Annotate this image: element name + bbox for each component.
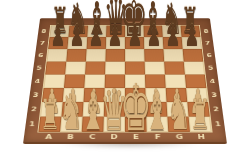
square-g5[interactable]: [164, 62, 185, 75]
white-rook-h1[interactable]: ♜: [190, 93, 210, 134]
rank-label-7-left: 7: [39, 40, 45, 45]
rank-label-4-left: 4: [34, 78, 40, 84]
black-pawn-e7[interactable]: ♟: [127, 20, 142, 51]
rank-label-2-left: 2: [31, 106, 37, 113]
rank-label-5-right: 5: [208, 65, 214, 71]
black-pawn-f7[interactable]: ♟: [146, 20, 161, 51]
rank-label-8-left: 8: [41, 29, 47, 34]
black-pawn-b7[interactable]: ♟: [70, 20, 85, 51]
black-pawn-c7[interactable]: ♟: [89, 20, 104, 51]
square-c5[interactable]: [85, 62, 105, 75]
black-pawn-h7[interactable]: ♟: [184, 20, 199, 51]
white-knight-g1[interactable]: ♞: [167, 87, 191, 136]
rank-label-7-right: 7: [205, 40, 211, 45]
black-pawn-g7[interactable]: ♟: [165, 20, 180, 51]
rank-label-1-right: 1: [215, 121, 222, 128]
rank-label-1-left: 1: [29, 121, 36, 128]
square-b5[interactable]: [65, 62, 86, 75]
rank-label-6-right: 6: [206, 52, 212, 58]
rank-label-5-left: 5: [36, 65, 42, 71]
white-bishop-f1[interactable]: ♝: [145, 85, 170, 137]
white-rook-a1[interactable]: ♜: [40, 93, 60, 134]
rank-label-2-right: 2: [213, 106, 219, 113]
black-pawn-a7[interactable]: ♟: [51, 20, 66, 51]
rank-label-3-left: 3: [33, 92, 39, 98]
square-a5[interactable]: [45, 62, 66, 75]
rank-label-3-right: 3: [211, 92, 217, 98]
black-pawn-d7[interactable]: ♟: [108, 20, 123, 51]
chessboard-photo: ABCDEFGH 87654321 87654321 ♜♞♝♛♚♝♞♜♟♟♟♟♟…: [0, 0, 250, 154]
rank-label-6-left: 6: [38, 52, 44, 58]
rank-label-8-right: 8: [203, 29, 209, 34]
rank-label-4-right: 4: [209, 78, 215, 84]
square-h5[interactable]: [184, 62, 205, 75]
